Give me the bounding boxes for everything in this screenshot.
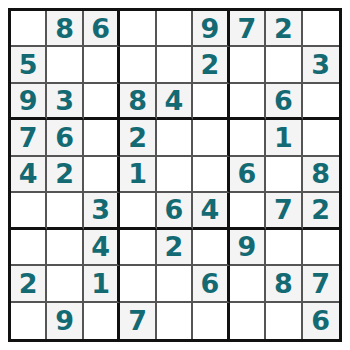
cell-r7c6-empty[interactable]	[193, 230, 229, 266]
cell-r5c4-given[interactable]: 1	[120, 157, 156, 193]
cell-r2c4-empty[interactable]	[120, 47, 156, 83]
cell-r3c3-empty[interactable]	[84, 84, 120, 120]
cell-r5c5-empty[interactable]	[157, 157, 193, 193]
cell-r3c9-empty[interactable]	[303, 84, 339, 120]
cell-r1c5-empty[interactable]	[157, 11, 193, 47]
cell-r6c7-empty[interactable]	[230, 193, 266, 229]
cell-r5c3-empty[interactable]	[84, 157, 120, 193]
cell-r7c1-empty[interactable]	[11, 230, 47, 266]
page: 86972523938467621421683647242921687976	[0, 0, 350, 350]
cell-r6c4-empty[interactable]	[120, 193, 156, 229]
cell-r3c8-given[interactable]: 6	[266, 84, 302, 120]
cell-r6c8-given[interactable]: 7	[266, 193, 302, 229]
cell-r4c8-given[interactable]: 1	[266, 120, 302, 156]
cell-r7c3-given[interactable]: 4	[84, 230, 120, 266]
cell-r9c2-given[interactable]: 9	[47, 303, 83, 339]
cell-r2c9-given[interactable]: 3	[303, 47, 339, 83]
cell-r4c4-given[interactable]: 2	[120, 120, 156, 156]
cell-r6c2-empty[interactable]	[47, 193, 83, 229]
cell-r9c1-empty[interactable]	[11, 303, 47, 339]
cell-r8c3-given[interactable]: 1	[84, 266, 120, 302]
cell-r1c2-given[interactable]: 8	[47, 11, 83, 47]
cell-r6c9-given[interactable]: 2	[303, 193, 339, 229]
cell-r3c4-given[interactable]: 8	[120, 84, 156, 120]
cell-r1c4-empty[interactable]	[120, 11, 156, 47]
cell-r5c7-given[interactable]: 6	[230, 157, 266, 193]
cell-r1c8-given[interactable]: 2	[266, 11, 302, 47]
cell-r5c6-empty[interactable]	[193, 157, 229, 193]
cell-r4c6-empty[interactable]	[193, 120, 229, 156]
cell-r4c9-empty[interactable]	[303, 120, 339, 156]
cell-r4c3-empty[interactable]	[84, 120, 120, 156]
cell-r7c9-empty[interactable]	[303, 230, 339, 266]
cell-r2c6-given[interactable]: 2	[193, 47, 229, 83]
cell-r4c5-empty[interactable]	[157, 120, 193, 156]
cell-r8c4-empty[interactable]	[120, 266, 156, 302]
cell-r3c7-empty[interactable]	[230, 84, 266, 120]
cell-r7c7-given[interactable]: 9	[230, 230, 266, 266]
cell-r5c8-empty[interactable]	[266, 157, 302, 193]
cell-r4c1-given[interactable]: 7	[11, 120, 47, 156]
sudoku-board: 86972523938467621421683647242921687976	[8, 8, 342, 342]
cell-r9c6-empty[interactable]	[193, 303, 229, 339]
cell-r9c5-empty[interactable]	[157, 303, 193, 339]
cell-r4c2-given[interactable]: 6	[47, 120, 83, 156]
cell-r5c2-given[interactable]: 2	[47, 157, 83, 193]
cell-r8c6-given[interactable]: 6	[193, 266, 229, 302]
cell-r2c7-empty[interactable]	[230, 47, 266, 83]
cell-r9c9-given[interactable]: 6	[303, 303, 339, 339]
cell-r7c5-given[interactable]: 2	[157, 230, 193, 266]
cell-r6c1-empty[interactable]	[11, 193, 47, 229]
cell-r8c5-empty[interactable]	[157, 266, 193, 302]
cell-r8c7-empty[interactable]	[230, 266, 266, 302]
cell-r1c9-empty[interactable]	[303, 11, 339, 47]
cell-r9c3-empty[interactable]	[84, 303, 120, 339]
cell-r1c3-given[interactable]: 6	[84, 11, 120, 47]
cell-r8c1-given[interactable]: 2	[11, 266, 47, 302]
cell-r2c3-empty[interactable]	[84, 47, 120, 83]
cell-r3c1-given[interactable]: 9	[11, 84, 47, 120]
cell-r2c2-empty[interactable]	[47, 47, 83, 83]
cell-r5c1-given[interactable]: 4	[11, 157, 47, 193]
cell-r5c9-given[interactable]: 8	[303, 157, 339, 193]
cell-r9c4-given[interactable]: 7	[120, 303, 156, 339]
cell-r3c5-given[interactable]: 4	[157, 84, 193, 120]
cell-r1c7-given[interactable]: 7	[230, 11, 266, 47]
cell-r9c7-empty[interactable]	[230, 303, 266, 339]
cell-r6c5-given[interactable]: 6	[157, 193, 193, 229]
cell-r8c8-given[interactable]: 8	[266, 266, 302, 302]
cell-r2c8-empty[interactable]	[266, 47, 302, 83]
cell-r1c1-empty[interactable]	[11, 11, 47, 47]
cell-r7c8-empty[interactable]	[266, 230, 302, 266]
cell-r3c6-empty[interactable]	[193, 84, 229, 120]
cell-r7c2-empty[interactable]	[47, 230, 83, 266]
cell-r8c9-given[interactable]: 7	[303, 266, 339, 302]
cell-r1c6-given[interactable]: 9	[193, 11, 229, 47]
cell-r9c8-empty[interactable]	[266, 303, 302, 339]
cell-r6c3-given[interactable]: 3	[84, 193, 120, 229]
cell-r7c4-empty[interactable]	[120, 230, 156, 266]
cell-r6c6-given[interactable]: 4	[193, 193, 229, 229]
cell-r8c2-empty[interactable]	[47, 266, 83, 302]
cell-r4c7-empty[interactable]	[230, 120, 266, 156]
cell-r3c2-given[interactable]: 3	[47, 84, 83, 120]
cell-r2c5-empty[interactable]	[157, 47, 193, 83]
cell-r2c1-given[interactable]: 5	[11, 47, 47, 83]
